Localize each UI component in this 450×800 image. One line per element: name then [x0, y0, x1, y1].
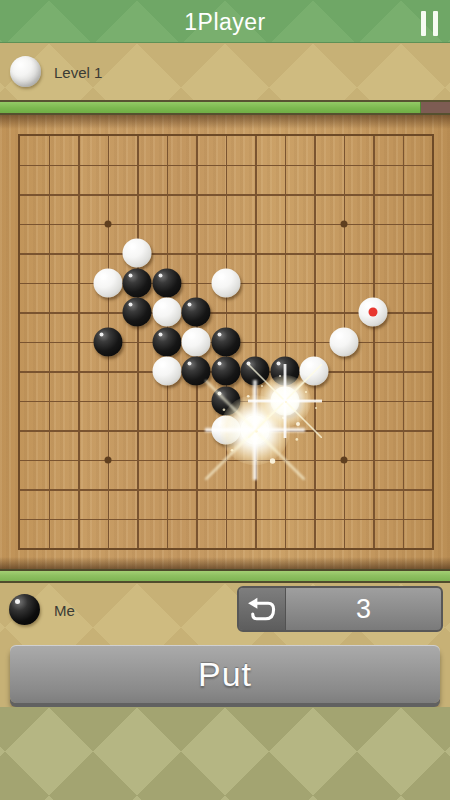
app-root: 1Player Level 1 Me 3	[0, 0, 450, 800]
stone-black	[93, 327, 122, 356]
progress-bar	[0, 100, 450, 115]
stone-white	[182, 327, 211, 356]
stone-black	[211, 386, 240, 415]
white-stone-icon	[10, 56, 41, 87]
stone-black	[211, 357, 240, 386]
stone-white	[270, 386, 299, 415]
star-point	[340, 220, 347, 227]
star-point	[104, 456, 111, 463]
page-title: 1Player	[0, 0, 450, 42]
put-button[interactable]: Put	[10, 645, 440, 703]
stone-white	[329, 327, 358, 356]
bottom-panel: Me 3 Put	[0, 583, 450, 707]
stone-black	[182, 357, 211, 386]
pause-icon	[421, 11, 426, 36]
undo-count: 3	[286, 588, 441, 630]
level-strip: Level 1	[0, 43, 450, 100]
stone-white	[211, 268, 240, 297]
green-divider	[0, 569, 450, 583]
stone-black	[123, 298, 152, 327]
undo-icon-section[interactable]	[239, 588, 286, 630]
top-bar: 1Player	[0, 0, 450, 43]
pause-button[interactable]	[416, 10, 442, 37]
stone-white	[211, 416, 240, 445]
stone-black	[123, 268, 152, 297]
stone-white	[152, 298, 181, 327]
stone-black	[152, 327, 181, 356]
stone-white	[152, 357, 181, 386]
player-label: Me	[54, 602, 75, 619]
stone-black	[152, 268, 181, 297]
undo-arrow-icon	[245, 594, 279, 628]
undo-button[interactable]: 3	[237, 586, 443, 632]
put-button-label: Put	[198, 655, 252, 694]
stone-white	[300, 357, 329, 386]
stone-white	[241, 416, 270, 445]
star-point	[104, 220, 111, 227]
last-move-red-dot	[369, 308, 378, 317]
stone-black	[270, 357, 299, 386]
stone-black	[211, 327, 240, 356]
stone-white	[93, 268, 122, 297]
stone-black	[182, 298, 211, 327]
board-zone	[0, 115, 450, 569]
opponent-level-label: Level 1	[54, 64, 102, 81]
bottom-background	[0, 707, 450, 800]
star-point	[340, 456, 347, 463]
stone-black	[241, 357, 270, 386]
progress-fill	[0, 102, 421, 113]
stone-white	[123, 239, 152, 268]
pause-icon	[433, 11, 438, 36]
black-stone-icon	[9, 594, 40, 625]
board-grid[interactable]	[19, 135, 433, 549]
